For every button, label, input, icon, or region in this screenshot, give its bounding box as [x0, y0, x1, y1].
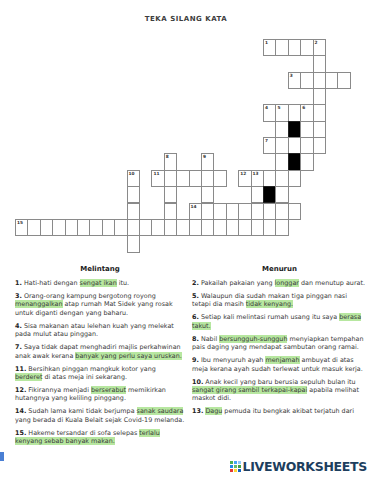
grid-cell[interactable] [176, 219, 189, 236]
answer-highlight: berasa takut. [192, 313, 361, 329]
grid-cell[interactable] [288, 104, 301, 121]
answer-highlight: menjamah [265, 356, 299, 364]
grid-cell[interactable] [201, 170, 214, 187]
grid-cell[interactable] [164, 219, 177, 236]
grid-cell[interactable] [127, 235, 140, 252]
grid-cell[interactable] [164, 170, 177, 187]
clue-5: 5. Walaupun dia sudah makan tiga pinggan… [192, 292, 367, 309]
grid-cell[interactable]: 14 [189, 203, 202, 220]
grid-cell[interactable] [325, 72, 338, 89]
grid-cell[interactable] [313, 137, 326, 154]
across-header: Melintang [15, 265, 185, 273]
black-cell [288, 121, 301, 138]
grid-cell[interactable]: 10 [127, 170, 140, 187]
clue-number-14: 14 [191, 204, 197, 209]
liveworksheets-waffle-icon [230, 461, 241, 472]
grid-cell[interactable] [89, 219, 102, 236]
answer-highlight: berderet [15, 373, 42, 381]
answer-highlight: banyak yang perlu saya uruskan. [75, 352, 181, 360]
grid-cell[interactable] [300, 72, 313, 89]
clue-4: 4. Sisa makanan atau lelehan kuah yang m… [15, 322, 185, 339]
clue-1: 1. Hati-hati dengan sengat ikan itu. [15, 279, 185, 287]
grid-cell[interactable] [189, 219, 202, 236]
clue-number-15: 15 [17, 220, 23, 225]
grid-cell[interactable] [288, 39, 301, 56]
grid-cell[interactable] [102, 219, 115, 236]
clue-number-4: 4 [265, 105, 268, 110]
grid-cell[interactable] [313, 121, 326, 138]
grid-cell[interactable] [176, 170, 189, 187]
grid-cell[interactable] [127, 203, 140, 220]
grid-cell[interactable] [263, 170, 276, 187]
clue-number-11: 11 [153, 171, 159, 176]
answer-highlight: Dagu [205, 407, 222, 415]
grid-cell[interactable] [275, 186, 288, 203]
grid-cell[interactable]: 3 [288, 72, 301, 89]
clue-14: 14. Sudah lama kami tidak berjumpa sanak… [15, 407, 185, 424]
grid-cell[interactable] [40, 219, 53, 236]
grid-cell[interactable] [275, 137, 288, 154]
grid-cell[interactable] [337, 72, 350, 89]
grid-cell[interactable] [288, 137, 301, 154]
grid-cell[interactable]: 9 [201, 153, 214, 170]
grid-cell[interactable]: 5 [275, 104, 288, 121]
grid-cell[interactable]: 11 [151, 170, 164, 187]
clues-section: Melintang 1. Hati-hati dengan sengat ika… [15, 265, 367, 450]
clue-number-1: 1 [265, 40, 268, 45]
grid-cell[interactable] [263, 219, 276, 236]
black-cell [263, 186, 276, 203]
grid-cell[interactable] [251, 186, 264, 203]
grid-cell[interactable] [65, 219, 78, 236]
scan-corner-mark [0, 452, 4, 461]
grid-cell[interactable] [313, 104, 326, 121]
grid-cell[interactable] [52, 219, 65, 236]
grid-cell[interactable] [275, 153, 288, 170]
clue-number-5: 5 [277, 105, 280, 110]
grid-cell[interactable] [275, 203, 288, 220]
grid-cell[interactable] [213, 219, 226, 236]
grid-cell[interactable] [226, 219, 239, 236]
down-clues-list: 2. Pakailah pakaian yang longgar dan men… [192, 279, 367, 416]
grid-cell[interactable] [288, 203, 301, 220]
grid-cell[interactable] [127, 219, 140, 236]
grid-cell[interactable] [275, 170, 288, 187]
down-header: Menurun [192, 265, 367, 273]
grid-cell[interactable] [238, 203, 251, 220]
clue-8: 8. Nabil bersungguh-sungguh menyiapkan t… [192, 335, 367, 352]
grid-cell[interactable]: 13 [251, 170, 264, 187]
grid-cell[interactable] [300, 121, 313, 138]
clue-11: 11. Bersihkan pinggan mangkuk kotor yang… [15, 365, 185, 382]
clue-12: 12. Fikirannya menjadi berserabut memiki… [15, 386, 185, 403]
answer-highlight: sangat girang sambil terkapai-kapai [192, 386, 307, 394]
grid-cell[interactable] [201, 219, 214, 236]
grid-cell[interactable] [127, 186, 140, 203]
clue-number-8: 8 [166, 154, 169, 159]
grid-cell[interactable]: 12 [238, 170, 251, 187]
grid-cell[interactable] [288, 170, 301, 187]
grid-cell[interactable] [275, 219, 288, 236]
clue-9: 9. Ibu menyuruh ayah menjamah ambuyat di… [192, 356, 367, 373]
grid-cell[interactable] [313, 72, 326, 89]
across-clues-column: Melintang 1. Hati-hati dengan sengat ika… [15, 265, 185, 450]
grid-cell[interactable] [139, 219, 152, 236]
clue-number-12: 12 [240, 171, 246, 176]
clue-number-2: 2 [315, 40, 318, 45]
answer-highlight: longgar [275, 279, 299, 287]
grid-cell[interactable] [151, 219, 164, 236]
down-clues-column: Menurun 2. Pakailah pakaian yang longgar… [192, 265, 367, 450]
grid-cell[interactable] [114, 219, 127, 236]
answer-highlight: menanggalkan [15, 300, 63, 308]
grid-cell[interactable] [275, 121, 288, 138]
clue-number-10: 10 [129, 171, 135, 176]
answer-highlight: sengat ikan [80, 279, 117, 287]
grid-cell[interactable] [77, 219, 90, 236]
grid-cell[interactable]: 2 [313, 39, 326, 56]
grid-cell[interactable] [213, 170, 226, 187]
grid-cell[interactable]: 6 [300, 104, 313, 121]
grid-cell[interactable] [226, 203, 239, 220]
answer-highlight: berserabut [91, 386, 126, 394]
across-clues-list: 1. Hati-hati dengan sengat ikan itu.3. O… [15, 279, 185, 446]
page-title: TEKA SILANG KATA [0, 15, 372, 23]
crossword-grid: 123456789101112131415 [15, 39, 351, 252]
grid-cell[interactable] [251, 219, 264, 236]
answer-highlight: sanak saudara [137, 407, 184, 415]
grid-cell[interactable]: 4 [263, 104, 276, 121]
answer-highlight: bersungguh-sungguh [219, 335, 287, 343]
footer-brand: LIVEWORKSHEETS [230, 459, 367, 474]
grid-cell[interactable] [300, 137, 313, 154]
clue-2: 2. Pakailah pakaian yang longgar dan men… [192, 279, 367, 287]
clue-3: 3. Orang-orang kampung bergotong royong … [15, 292, 185, 317]
clue-number-13: 13 [253, 171, 259, 176]
clue-7: 7. Saya tidak dapat menghadiri majlis pe… [15, 343, 185, 360]
clue-6: 6. Setiap kali melintasi rumah usang itu… [192, 313, 367, 330]
clue-number-7: 7 [265, 138, 268, 143]
clue-number-3: 3 [290, 73, 293, 78]
clue-number-9: 9 [203, 154, 206, 159]
grid-cell[interactable] [238, 219, 251, 236]
grid-cell[interactable] [189, 170, 202, 187]
grid-cell[interactable] [300, 39, 313, 56]
brand-text: LIVEWORKSHEETS [243, 459, 367, 474]
clue-number-6: 6 [302, 105, 305, 110]
grid-cell[interactable] [313, 88, 326, 105]
grid-cell[interactable]: 1 [263, 39, 276, 56]
clue-13: 13. Dagu pemuda itu bengkak akibat terja… [192, 407, 367, 415]
grid-cell[interactable]: 8 [164, 153, 177, 170]
grid-cell[interactable] [201, 203, 214, 220]
clue-10: 10. Anak kecil yang baru berusia sepuluh… [192, 378, 367, 403]
grid-cell[interactable] [263, 203, 276, 220]
black-cell [288, 153, 301, 170]
clue-15: 15. Hakeme tersandar di sofa selepas ter… [15, 429, 185, 446]
grid-cell[interactable] [275, 39, 288, 56]
grid-cell[interactable] [201, 186, 214, 203]
answer-highlight: terlalu kenyang sebab banyak makan. [15, 429, 160, 445]
answer-highlight: tidak kenyang. [246, 300, 293, 308]
grid-cell[interactable] [213, 203, 226, 220]
grid-cell[interactable] [164, 186, 177, 203]
grid-cell[interactable] [251, 203, 264, 220]
grid-cell[interactable]: 15 [15, 219, 28, 236]
grid-cell[interactable] [300, 153, 313, 170]
grid-cell[interactable] [313, 55, 326, 72]
grid-cell[interactable] [27, 219, 40, 236]
grid-cell[interactable] [164, 203, 177, 220]
grid-cell[interactable]: 7 [263, 137, 276, 154]
